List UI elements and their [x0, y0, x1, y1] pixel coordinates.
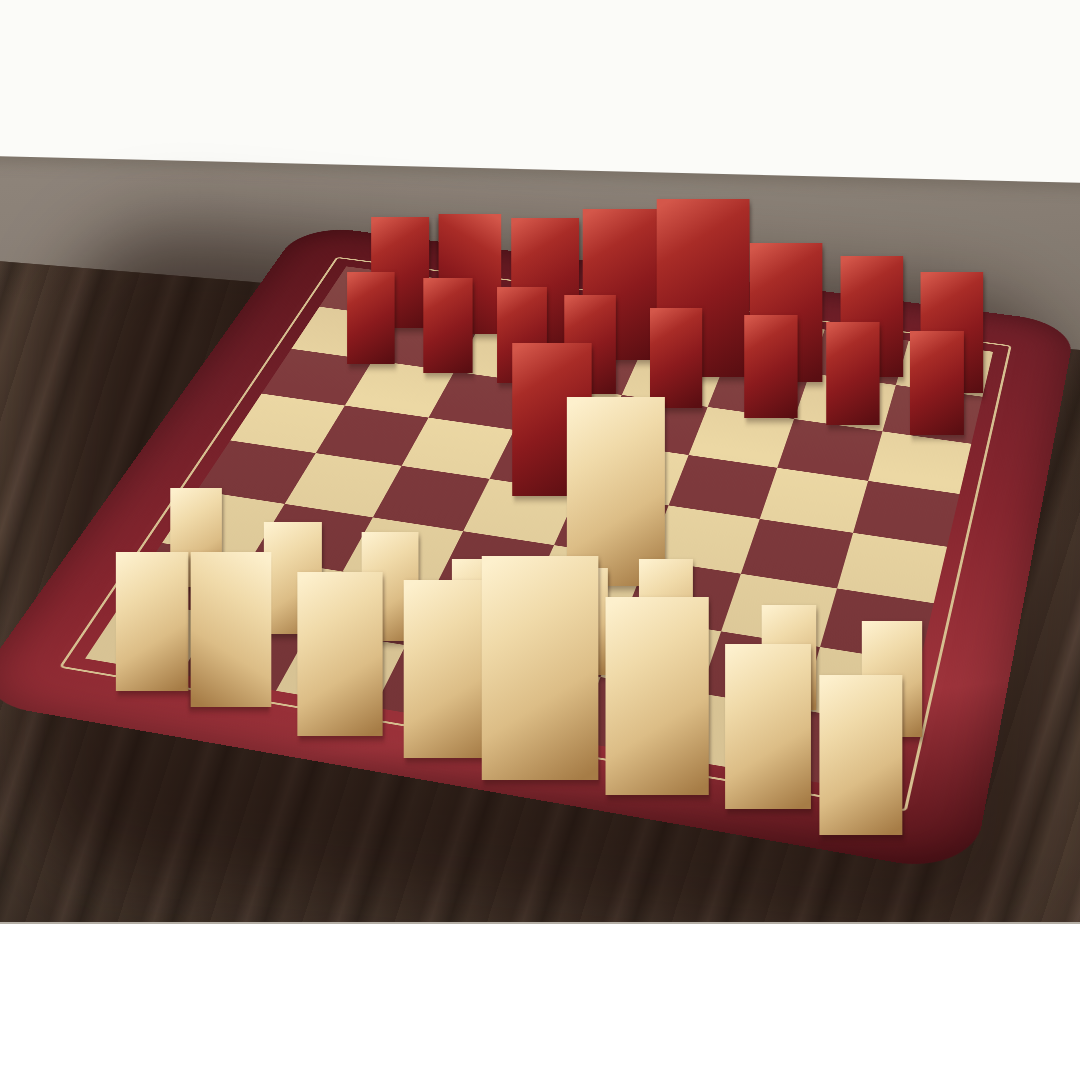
pieces-layer: ♜♞♝♛♚♝♞♜♟♟♟♟♟♟♟♟♛♛♟♟♟♟♟♟♟♟♜♞♝♛♚♝♞♜ — [0, 0, 1080, 1080]
piece-red-pawn-a7[interactable]: ♟ — [347, 272, 395, 364]
piece-red-pawn-b7[interactable]: ♟ — [423, 278, 472, 373]
piece-natural-king-e1[interactable]: ♚ — [482, 556, 598, 780]
piece-natural-rook-a1[interactable]: ♜ — [116, 552, 188, 691]
piece-natural-knight-b1[interactable]: ♞ — [191, 552, 272, 707]
piece-natural-bishop-c1[interactable]: ♝ — [297, 572, 382, 736]
piece-natural-bishop-f1[interactable]: ♝ — [606, 597, 709, 795]
piece-red-pawn-h7[interactable]: ♟ — [910, 331, 964, 435]
photo-stage: ♜♞♝♛♚♝♞♜♟♟♟♟♟♟♟♟♛♛♟♟♟♟♟♟♟♟♜♞♝♛♚♝♞♜ — [0, 0, 1080, 1080]
piece-red-pawn-g7[interactable]: ♟ — [826, 322, 880, 425]
page-bottom-margin — [0, 922, 1080, 1080]
piece-natural-knight-g1[interactable]: ♞ — [725, 644, 811, 809]
piece-natural-rook-h1[interactable]: ♜ — [819, 675, 902, 835]
piece-red-pawn-f7[interactable]: ♟ — [744, 315, 798, 418]
